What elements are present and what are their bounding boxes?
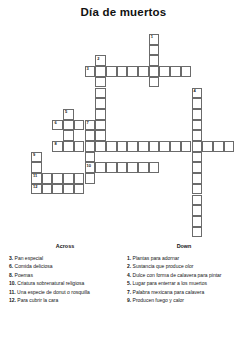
clue-item-text: Dulce con forma de calavera para pintar (131, 272, 221, 278)
grid-cell[interactable]: 3 (85, 66, 96, 77)
grid-cell[interactable] (52, 173, 63, 184)
grid-cell[interactable]: 11 (31, 173, 42, 184)
grid-cell[interactable]: 10 (85, 162, 96, 173)
clue-item: 6. Comida deliciosa (9, 262, 121, 270)
clue-item-text: Sustancia que produce olor (131, 263, 193, 269)
clue-item: 8. Poemas (9, 271, 121, 279)
grid-cell[interactable] (213, 141, 224, 152)
grid-cell[interactable] (63, 184, 74, 195)
grid-cell[interactable]: 1 (149, 34, 160, 45)
clue-item: 3. Pan especial (9, 254, 121, 262)
grid-cell[interactable] (63, 120, 74, 131)
grid-cell[interactable] (63, 141, 74, 152)
grid-cell[interactable] (85, 141, 96, 152)
clue-item-text: Comida deliciosa (13, 263, 52, 269)
grid-cell[interactable] (95, 109, 106, 120)
clue-item: 12. Para cubrir la cara (9, 296, 121, 304)
crossword-page: Día de muertos 123456710891112 Across 3.… (0, 0, 247, 350)
grid-cell[interactable] (192, 227, 203, 238)
clue-number: 5 (65, 110, 67, 114)
clue-item-text: Poemas (13, 272, 33, 278)
clue-item: 7. Palabra mexicana para calavera (127, 288, 241, 296)
clue-item: 11. Una especie de donut o rosquilla (9, 288, 121, 296)
clue-item-text: Producen fuego y calor (131, 297, 184, 303)
grid-cell[interactable] (106, 66, 117, 77)
crossword-grid: 123456710891112 (31, 34, 241, 244)
grid-cell[interactable]: 6 (52, 120, 63, 131)
grid-cell[interactable] (117, 162, 128, 173)
clue-item-number: 12. (9, 297, 16, 303)
grid-cell[interactable] (138, 162, 149, 173)
grid-cell[interactable] (149, 141, 160, 152)
grid-cell[interactable] (192, 152, 203, 163)
grid-cell[interactable] (138, 141, 149, 152)
clue-number: 7 (87, 121, 89, 125)
grid-cell[interactable] (95, 120, 106, 131)
grid-cell[interactable] (74, 141, 85, 152)
grid-cell[interactable] (85, 152, 96, 163)
clue-item-text: Palabra mexicana para calavera (131, 289, 204, 295)
clue-number: 11 (33, 174, 37, 178)
grid-cell[interactable] (159, 66, 170, 77)
grid-cell[interactable]: 5 (63, 109, 74, 120)
clue-item-text: Lugar para enterrar a los muertos (131, 280, 207, 286)
grid-cell[interactable] (181, 141, 192, 152)
clue-number: 10 (87, 164, 91, 168)
grid-cell[interactable] (74, 184, 85, 195)
grid-cell[interactable] (106, 141, 117, 152)
page-title: Día de muertos (0, 6, 247, 18)
grid-cell[interactable] (149, 55, 160, 66)
clue-item: 10. Criatura sobrenatural religiosa (9, 279, 121, 287)
down-header: Down (127, 243, 241, 249)
grid-cell[interactable] (127, 66, 138, 77)
grid-cell[interactable] (95, 141, 106, 152)
clue-item-text: Criatura sobrenatural religiosa (16, 280, 84, 286)
grid-cell[interactable]: 7 (85, 120, 96, 131)
grid-cell[interactable]: 9 (31, 152, 42, 163)
grid-cell[interactable] (192, 195, 203, 206)
grid-cell[interactable] (192, 162, 203, 173)
grid-cell[interactable] (192, 173, 203, 184)
clue-number: 8 (54, 142, 56, 146)
grid-cell[interactable] (42, 184, 53, 195)
grid-cell[interactable] (202, 141, 213, 152)
clue-item-text: Plantas para adornar (131, 255, 179, 261)
grid-cell[interactable] (170, 141, 181, 152)
grid-cell[interactable] (95, 66, 106, 77)
clue-number: 6 (54, 121, 56, 125)
grid-cell[interactable]: 4 (192, 88, 203, 99)
grid-cell[interactable] (95, 162, 106, 173)
grid-cell[interactable] (31, 162, 42, 173)
grid-cell[interactable] (138, 66, 149, 77)
grid-cell[interactable] (192, 98, 203, 109)
grid-cell[interactable] (95, 77, 106, 88)
clue-number: 2 (97, 57, 99, 61)
clue-item: 2. Sustancia que produce olor (127, 262, 241, 270)
grid-cell[interactable] (85, 130, 96, 141)
grid-cell[interactable] (74, 173, 85, 184)
grid-cell[interactable] (192, 109, 203, 120)
across-clues-section: Across 3. Pan especial6. Comida delicios… (9, 243, 121, 304)
grid-cell[interactable] (117, 141, 128, 152)
grid-cell[interactable] (192, 141, 203, 152)
grid-cell[interactable] (95, 98, 106, 109)
grid-cell[interactable] (63, 130, 74, 141)
clue-item: 4. Dulce con forma de calavera para pint… (127, 271, 241, 279)
clue-item-number: 11. (9, 289, 16, 295)
grid-cell[interactable] (170, 66, 181, 77)
down-clue-list: 1. Plantas para adornar2. Sustancia que … (127, 254, 241, 304)
grid-cell[interactable] (127, 162, 138, 173)
grid-cell[interactable] (42, 173, 53, 184)
across-clue-list: 3. Pan especial6. Comida deliciosa8. Poe… (9, 254, 121, 304)
grid-cell[interactable] (192, 216, 203, 227)
clue-number: 9 (33, 153, 35, 157)
grid-cell[interactable] (95, 130, 106, 141)
grid-cell[interactable] (95, 88, 106, 99)
grid-cell[interactable] (149, 45, 160, 56)
grid-cell[interactable] (159, 141, 170, 152)
grid-cell[interactable] (106, 162, 117, 173)
grid-cell[interactable]: 12 (31, 184, 42, 195)
clue-item: 5. Lugar para enterrar a los muertos (127, 279, 241, 287)
grid-cell[interactable] (192, 130, 203, 141)
clue-item: 9. Producen fuego y calor (127, 296, 241, 304)
grid-cell[interactable] (192, 205, 203, 216)
grid-cell[interactable] (181, 66, 192, 77)
clue-number: 3 (87, 67, 89, 71)
grid-cell[interactable] (149, 66, 160, 77)
clue-item-text: Pan especial (13, 255, 43, 261)
grid-cell[interactable] (85, 173, 96, 184)
clue-item-text: Una especie de donut o rosquilla (16, 289, 90, 295)
grid-cell[interactable] (127, 141, 138, 152)
grid-cell[interactable] (149, 162, 160, 173)
grid-cell[interactable] (52, 184, 63, 195)
grid-cell[interactable]: 2 (95, 55, 106, 66)
grid-cell[interactable] (224, 141, 235, 152)
grid-cell[interactable] (74, 120, 85, 131)
clue-number: 4 (194, 89, 196, 93)
grid-cell[interactable] (63, 173, 74, 184)
grid-cell[interactable] (149, 77, 160, 88)
clue-item: 1. Plantas para adornar (127, 254, 241, 262)
clue-item-text: Para cubrir la cara (16, 297, 58, 303)
grid-cell[interactable]: 8 (52, 141, 63, 152)
down-clues-section: Down 1. Plantas para adornar2. Sustancia… (127, 243, 241, 304)
clue-number: 1 (151, 35, 153, 39)
across-header: Across (9, 243, 121, 249)
grid-cell[interactable] (192, 120, 203, 131)
grid-cell[interactable] (192, 184, 203, 195)
clue-number: 12 (33, 185, 37, 189)
grid-cell[interactable] (117, 66, 128, 77)
clue-item-number: 10. (9, 280, 16, 286)
